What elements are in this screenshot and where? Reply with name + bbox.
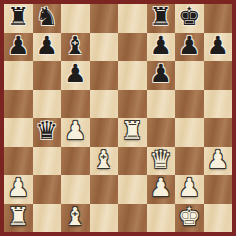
square-b6[interactable] bbox=[33, 61, 62, 90]
square-d2[interactable] bbox=[90, 175, 119, 204]
white-pawn-f2[interactable]: ♟ bbox=[150, 175, 172, 202]
white-bishop-c1[interactable]: ♝ bbox=[64, 204, 86, 231]
square-f3[interactable]: ♛ bbox=[147, 147, 176, 176]
square-f1[interactable] bbox=[147, 204, 176, 233]
square-a6[interactable] bbox=[4, 61, 33, 90]
square-e2[interactable] bbox=[118, 175, 147, 204]
black-rook-a8[interactable]: ♜ bbox=[7, 4, 29, 31]
square-b7[interactable]: ♟ bbox=[33, 33, 62, 62]
square-c7[interactable]: ♝ bbox=[61, 33, 90, 62]
square-a3[interactable] bbox=[4, 147, 33, 176]
square-h8[interactable] bbox=[204, 4, 233, 33]
square-g7[interactable]: ♟ bbox=[175, 33, 204, 62]
square-c3[interactable] bbox=[61, 147, 90, 176]
square-e6[interactable] bbox=[118, 61, 147, 90]
square-e7[interactable] bbox=[118, 33, 147, 62]
square-h6[interactable] bbox=[204, 61, 233, 90]
square-b3[interactable] bbox=[33, 147, 62, 176]
square-b2[interactable] bbox=[33, 175, 62, 204]
square-f6[interactable]: ♟ bbox=[147, 61, 176, 90]
square-d5[interactable] bbox=[90, 90, 119, 119]
square-g4[interactable] bbox=[175, 118, 204, 147]
square-a4[interactable] bbox=[4, 118, 33, 147]
square-c1[interactable]: ♝ bbox=[61, 204, 90, 233]
square-d4[interactable] bbox=[90, 118, 119, 147]
white-queen-f3[interactable]: ♛ bbox=[150, 147, 172, 174]
square-d6[interactable] bbox=[90, 61, 119, 90]
black-king-g8[interactable]: ♚ bbox=[178, 4, 200, 31]
white-bishop-d3[interactable]: ♝ bbox=[93, 147, 115, 174]
square-e3[interactable] bbox=[118, 147, 147, 176]
square-a5[interactable] bbox=[4, 90, 33, 119]
square-d8[interactable] bbox=[90, 4, 119, 33]
white-rook-e4[interactable]: ♜ bbox=[121, 118, 143, 145]
square-b5[interactable] bbox=[33, 90, 62, 119]
square-b8[interactable]: ♞ bbox=[33, 4, 62, 33]
black-pawn-g7[interactable]: ♟ bbox=[178, 33, 200, 60]
square-d3[interactable]: ♝ bbox=[90, 147, 119, 176]
square-f5[interactable] bbox=[147, 90, 176, 119]
chess-board: ♜♞♜♚♟♟♝♟♟♟♟♟♛♟♜♝♛♟♟♟♟♜♝♚ bbox=[4, 4, 232, 232]
white-pawn-a2[interactable]: ♟ bbox=[7, 175, 29, 202]
square-a8[interactable]: ♜ bbox=[4, 4, 33, 33]
square-a2[interactable]: ♟ bbox=[4, 175, 33, 204]
black-pawn-h7[interactable]: ♟ bbox=[207, 33, 229, 60]
square-h5[interactable] bbox=[204, 90, 233, 119]
chess-board-frame: ♜♞♜♚♟♟♝♟♟♟♟♟♛♟♜♝♛♟♟♟♟♜♝♚ bbox=[0, 0, 236, 236]
black-rook-f8[interactable]: ♜ bbox=[150, 4, 172, 31]
square-f2[interactable]: ♟ bbox=[147, 175, 176, 204]
square-g5[interactable] bbox=[175, 90, 204, 119]
square-b4[interactable]: ♛ bbox=[33, 118, 62, 147]
square-c5[interactable] bbox=[61, 90, 90, 119]
square-b1[interactable] bbox=[33, 204, 62, 233]
black-bishop-c7[interactable]: ♝ bbox=[64, 33, 86, 60]
square-c8[interactable] bbox=[61, 4, 90, 33]
square-h3[interactable]: ♟ bbox=[204, 147, 233, 176]
square-f4[interactable] bbox=[147, 118, 176, 147]
square-g6[interactable] bbox=[175, 61, 204, 90]
black-pawn-f7[interactable]: ♟ bbox=[150, 33, 172, 60]
black-knight-b8[interactable]: ♞ bbox=[36, 4, 58, 31]
white-rook-a1[interactable]: ♜ bbox=[7, 204, 29, 231]
white-pawn-g2[interactable]: ♟ bbox=[178, 175, 200, 202]
square-d7[interactable] bbox=[90, 33, 119, 62]
square-a1[interactable]: ♜ bbox=[4, 204, 33, 233]
black-pawn-b7[interactable]: ♟ bbox=[36, 33, 58, 60]
black-pawn-c6[interactable]: ♟ bbox=[64, 61, 86, 88]
square-c4[interactable]: ♟ bbox=[61, 118, 90, 147]
white-king-g1[interactable]: ♚ bbox=[178, 204, 200, 231]
square-a7[interactable]: ♟ bbox=[4, 33, 33, 62]
square-g3[interactable] bbox=[175, 147, 204, 176]
square-d1[interactable] bbox=[90, 204, 119, 233]
square-g1[interactable]: ♚ bbox=[175, 204, 204, 233]
square-h2[interactable] bbox=[204, 175, 233, 204]
white-pawn-c4[interactable]: ♟ bbox=[64, 118, 86, 145]
square-g2[interactable]: ♟ bbox=[175, 175, 204, 204]
square-e1[interactable] bbox=[118, 204, 147, 233]
square-h1[interactable] bbox=[204, 204, 233, 233]
square-f8[interactable]: ♜ bbox=[147, 4, 176, 33]
black-pawn-a7[interactable]: ♟ bbox=[7, 33, 29, 60]
square-h7[interactable]: ♟ bbox=[204, 33, 233, 62]
black-pawn-f6[interactable]: ♟ bbox=[150, 61, 172, 88]
square-e4[interactable]: ♜ bbox=[118, 118, 147, 147]
square-f7[interactable]: ♟ bbox=[147, 33, 176, 62]
square-c6[interactable]: ♟ bbox=[61, 61, 90, 90]
white-pawn-h3[interactable]: ♟ bbox=[207, 147, 229, 174]
square-g8[interactable]: ♚ bbox=[175, 4, 204, 33]
square-c2[interactable] bbox=[61, 175, 90, 204]
square-e5[interactable] bbox=[118, 90, 147, 119]
square-e8[interactable] bbox=[118, 4, 147, 33]
black-queen-b4[interactable]: ♛ bbox=[36, 118, 58, 145]
square-h4[interactable] bbox=[204, 118, 233, 147]
